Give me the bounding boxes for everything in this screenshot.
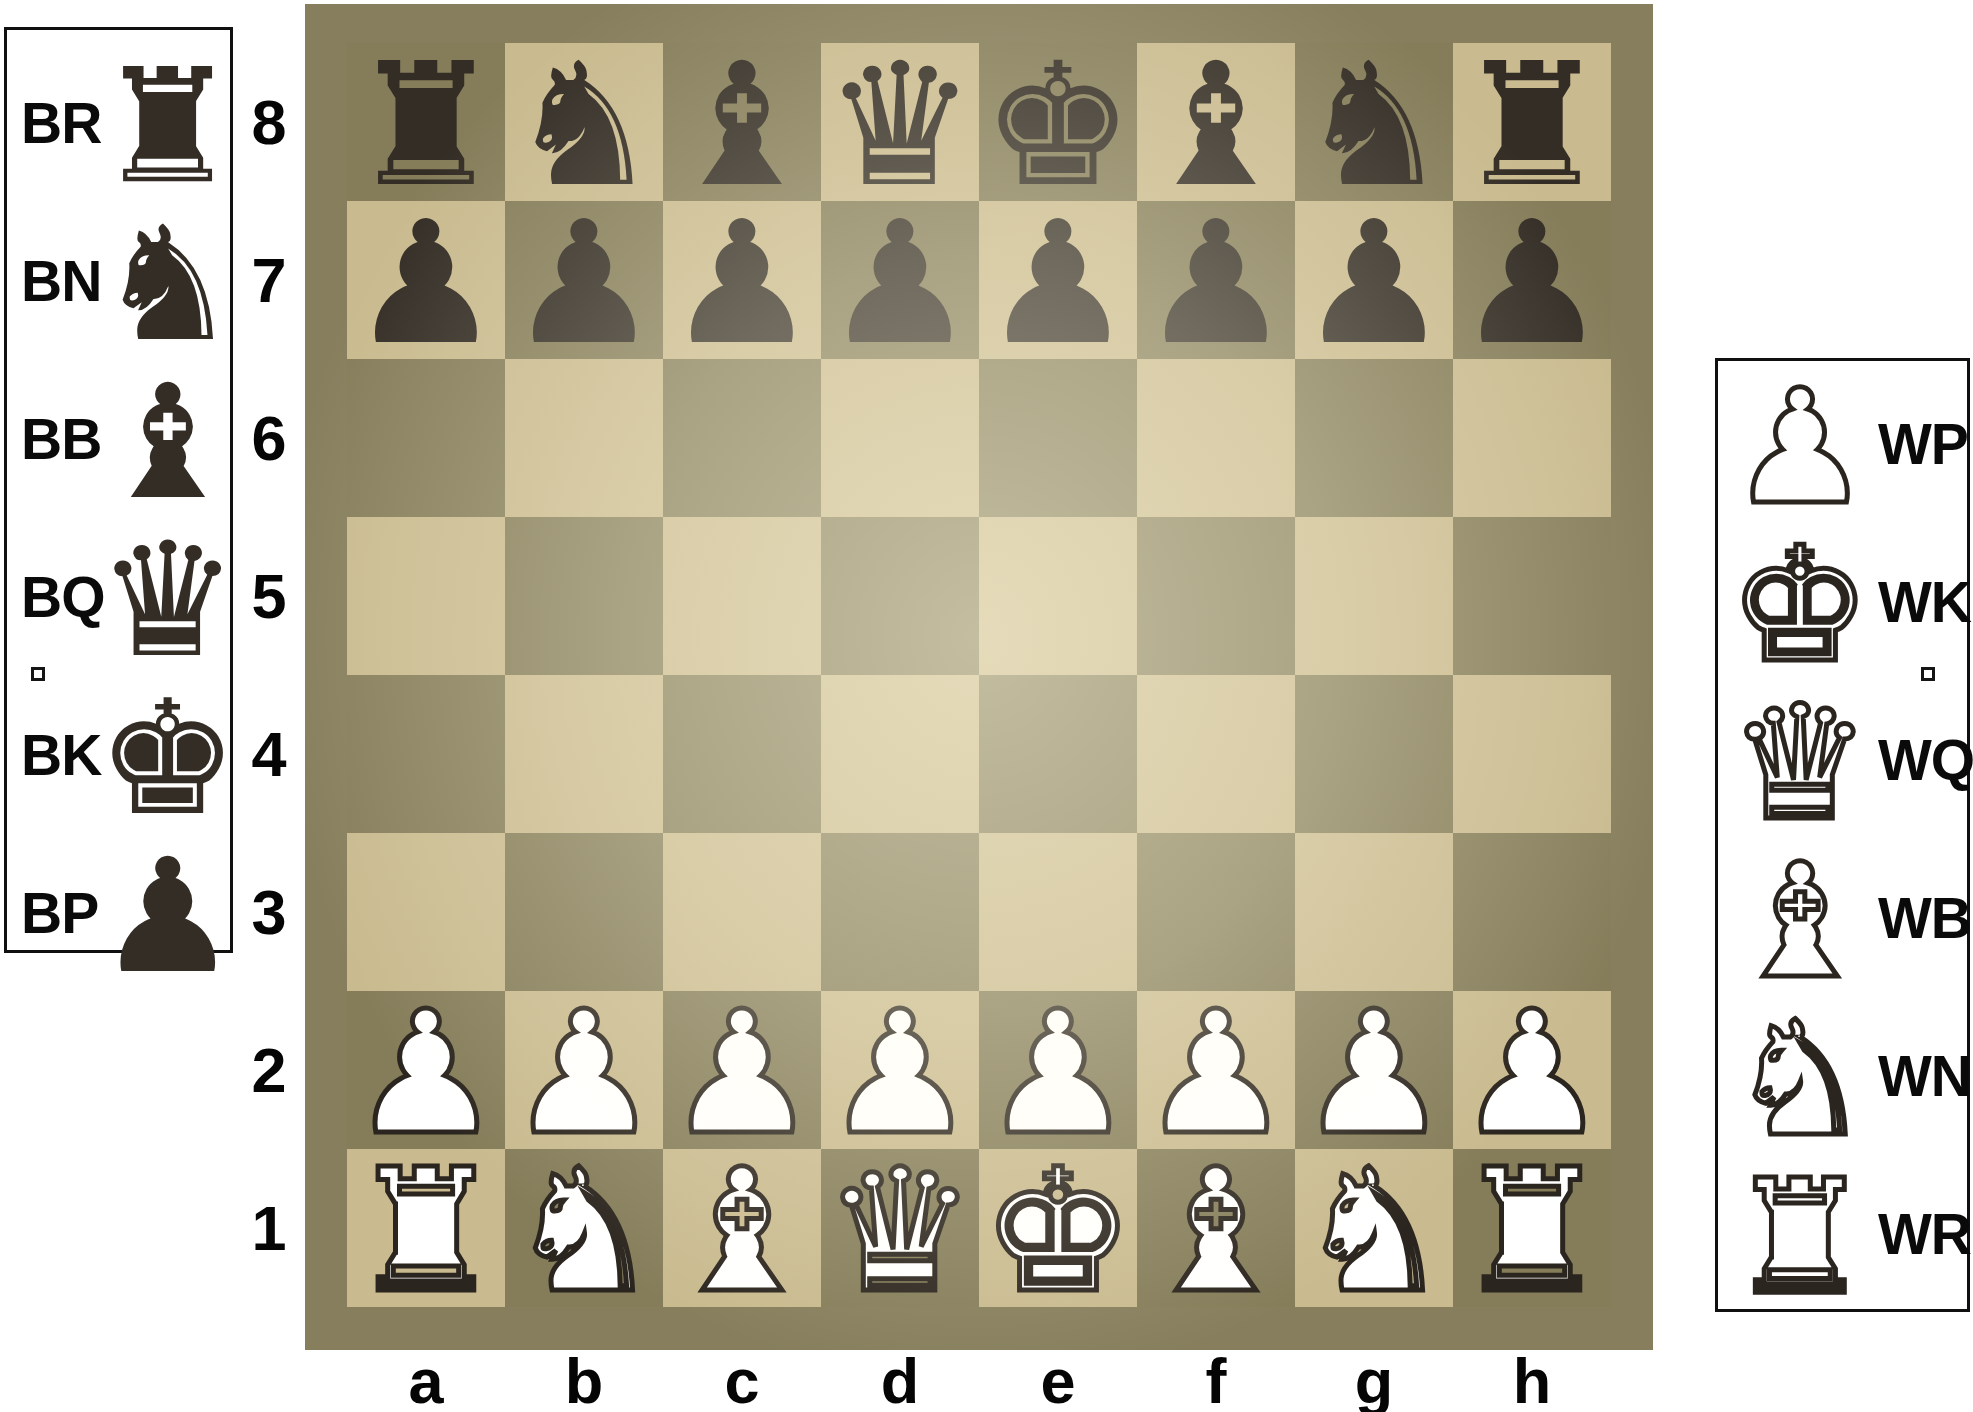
legend-item-bq[interactable]: BQ♛ (7, 518, 230, 676)
square-h3[interactable] (1453, 833, 1611, 991)
square-g6[interactable] (1295, 359, 1453, 517)
square-a8[interactable]: ♜ (347, 43, 505, 201)
legend-item-wr[interactable]: ♜WR (1718, 1155, 1967, 1313)
square-e6[interactable] (979, 359, 1137, 517)
square-a4[interactable] (347, 675, 505, 833)
square-d3[interactable] (821, 833, 979, 991)
black-pawn-piece[interactable]: ♟ (1140, 198, 1292, 368)
square-g1[interactable]: ♞ (1295, 1149, 1453, 1307)
square-d8[interactable]: ♛ (821, 43, 979, 201)
square-f2[interactable]: ♟ (1137, 991, 1295, 1149)
square-g5[interactable] (1295, 517, 1453, 675)
square-f5[interactable] (1137, 517, 1295, 675)
white-knight-piece[interactable]: ♞ (508, 1146, 660, 1316)
square-f4[interactable] (1137, 675, 1295, 833)
square-e8[interactable]: ♚ (979, 43, 1137, 201)
square-b5[interactable] (505, 517, 663, 675)
square-e4[interactable] (979, 675, 1137, 833)
square-f7[interactable]: ♟ (1137, 201, 1295, 359)
square-c2[interactable]: ♟ (663, 991, 821, 1149)
legend-item-bk[interactable]: BK♚ (7, 676, 230, 834)
legend-label-wk: WK (1878, 569, 1971, 635)
legend-label-bk: BK (21, 722, 97, 788)
legend-item-wb[interactable]: ♝WB (1718, 839, 1967, 997)
legend-icon-box: ♞ (1736, 997, 1864, 1155)
square-c5[interactable] (663, 517, 821, 675)
white-rook-piece[interactable]: ♜ (350, 1146, 502, 1316)
square-c8[interactable]: ♝ (663, 43, 821, 201)
black-pawn-piece[interactable]: ♟ (824, 198, 976, 368)
legend-label-br: BR (21, 90, 97, 156)
legend-item-wp[interactable]: ♟WP (1718, 365, 1967, 523)
square-f1[interactable]: ♝ (1137, 1149, 1295, 1307)
legend-label-wn: WN (1878, 1043, 1971, 1109)
square-b2[interactable]: ♟ (505, 991, 663, 1149)
white-knight-icon: ♞ (1729, 1000, 1871, 1158)
rank-label-4: 4 (238, 675, 300, 833)
file-label-f: f (1137, 1350, 1295, 1412)
square-c6[interactable] (663, 359, 821, 517)
square-g4[interactable] (1295, 675, 1453, 833)
legend-icon-box: ♛ (97, 518, 239, 676)
white-king-piece[interactable]: ♚ (982, 1146, 1134, 1316)
square-g7[interactable]: ♟ (1295, 201, 1453, 359)
square-c1[interactable]: ♝ (663, 1149, 821, 1307)
black-pawn-piece[interactable]: ♟ (350, 198, 502, 368)
square-a5[interactable] (347, 517, 505, 675)
square-d6[interactable] (821, 359, 979, 517)
square-h2[interactable]: ♟ (1453, 991, 1611, 1149)
rank-label-2: 2 (238, 991, 300, 1149)
legend-item-bb[interactable]: BB♝ (7, 360, 230, 518)
square-b4[interactable] (505, 675, 663, 833)
black-queen-icon: ♛ (97, 521, 239, 679)
square-d5[interactable] (821, 517, 979, 675)
square-h4[interactable] (1453, 675, 1611, 833)
rank-label-3: 3 (238, 833, 300, 991)
white-king-icon: ♚ (1729, 526, 1871, 684)
square-b8[interactable]: ♞ (505, 43, 663, 201)
board-squares: ♜♞♝♛♚♝♞♜♟♟♟♟♟♟♟♟♟♟♟♟♟♟♟♟♜♞♝♛♚♝♞♜ (347, 43, 1611, 1307)
white-rook-icon: ♜ (1729, 1158, 1871, 1316)
white-bishop-piece[interactable]: ♝ (666, 1146, 818, 1316)
file-label-d: d (821, 1350, 979, 1412)
legend-icon-box: ♟ (1736, 365, 1864, 523)
square-e1[interactable]: ♚ (979, 1149, 1137, 1307)
square-b3[interactable] (505, 833, 663, 991)
legend-icon-box: ♚ (1736, 523, 1864, 681)
black-pawn-icon: ♟ (97, 837, 239, 995)
black-bishop-icon: ♝ (97, 363, 239, 521)
square-h8[interactable]: ♜ (1453, 43, 1611, 201)
square-c7[interactable]: ♟ (663, 201, 821, 359)
square-h5[interactable] (1453, 517, 1611, 675)
rank-label-6: 6 (238, 359, 300, 517)
square-g8[interactable]: ♞ (1295, 43, 1453, 201)
square-d4[interactable] (821, 675, 979, 833)
legend-item-bn[interactable]: BN♞ (7, 202, 230, 360)
legend-item-bp[interactable]: BP♟ (7, 834, 230, 992)
white-queen-icon: ♛ (1729, 684, 1871, 842)
white-queen-piece[interactable]: ♛ (824, 1146, 976, 1316)
file-label-b: b (505, 1350, 663, 1412)
square-c4[interactable] (663, 675, 821, 833)
black-pawn-piece[interactable]: ♟ (666, 198, 818, 368)
legend-item-wn[interactable]: ♞WN (1718, 997, 1967, 1155)
rank-label-5: 5 (238, 517, 300, 675)
square-f6[interactable] (1137, 359, 1295, 517)
rank-label-1: 1 (238, 1149, 300, 1307)
legend-label-bp: BP (21, 880, 97, 946)
square-g3[interactable] (1295, 833, 1453, 991)
square-d7[interactable]: ♟ (821, 201, 979, 359)
square-a6[interactable] (347, 359, 505, 517)
black-pawn-piece[interactable]: ♟ (1298, 198, 1450, 368)
rank-labels: 87654321 (238, 43, 300, 1307)
black-rook-icon: ♜ (97, 47, 239, 205)
legend-label-wp: WP (1878, 411, 1968, 477)
square-e3[interactable] (979, 833, 1137, 991)
square-e2[interactable]: ♟ (979, 991, 1137, 1149)
legend-icon-box: ♜ (97, 44, 239, 202)
square-g2[interactable]: ♟ (1295, 991, 1453, 1149)
rank-label-7: 7 (238, 201, 300, 359)
legend-label-bb: BB (21, 406, 97, 472)
square-f3[interactable] (1137, 833, 1295, 991)
legend-label-wq: WQ (1878, 727, 1973, 793)
white-rook-piece[interactable]: ♜ (1456, 1146, 1608, 1316)
white-bishop-piece[interactable]: ♝ (1140, 1146, 1292, 1316)
legend-icon-box: ♛ (1736, 681, 1864, 839)
square-b7[interactable]: ♟ (505, 201, 663, 359)
chess-board: ♜♞♝♛♚♝♞♜♟♟♟♟♟♟♟♟♟♟♟♟♟♟♟♟♜♞♝♛♚♝♞♜ (305, 4, 1653, 1350)
white-pieces-legend: ♟WP♚WK♛WQ♝WB♞WN♜WR (1715, 358, 1970, 1312)
legend-label-bq: BQ (21, 564, 97, 630)
legend-icon-box: ♝ (97, 360, 239, 518)
legend-label-wb: WB (1878, 885, 1971, 951)
black-pawn-piece[interactable]: ♟ (508, 198, 660, 368)
square-a1[interactable]: ♜ (347, 1149, 505, 1307)
square-a3[interactable] (347, 833, 505, 991)
square-a2[interactable]: ♟ (347, 991, 505, 1149)
square-a7[interactable]: ♟ (347, 201, 505, 359)
legend-icon-box: ♚ (97, 676, 239, 834)
square-f8[interactable]: ♝ (1137, 43, 1295, 201)
square-c3[interactable] (663, 833, 821, 991)
left-small-square-marker (31, 667, 45, 681)
file-label-c: c (663, 1350, 821, 1412)
white-knight-piece[interactable]: ♞ (1298, 1146, 1450, 1316)
file-label-g: g (1295, 1350, 1453, 1412)
black-king-icon: ♚ (97, 679, 239, 837)
legend-icon-box: ♜ (1736, 1155, 1864, 1313)
right-small-square-marker (1921, 667, 1935, 681)
square-h6[interactable] (1453, 359, 1611, 517)
square-d2[interactable]: ♟ (821, 991, 979, 1149)
legend-icon-box: ♝ (1736, 839, 1864, 997)
legend-label-bn: BN (21, 248, 97, 314)
legend-label-wr: WR (1878, 1201, 1971, 1267)
rank-label-8: 8 (238, 43, 300, 201)
square-e7[interactable]: ♟ (979, 201, 1137, 359)
legend-item-wq[interactable]: ♛WQ (1718, 681, 1967, 839)
black-pawn-piece[interactable]: ♟ (1456, 198, 1608, 368)
white-bishop-icon: ♝ (1729, 842, 1871, 1000)
square-b1[interactable]: ♞ (505, 1149, 663, 1307)
legend-icon-box: ♟ (97, 834, 239, 992)
square-h1[interactable]: ♜ (1453, 1149, 1611, 1307)
legend-icon-box: ♞ (97, 202, 239, 360)
file-labels: abcdefgh (347, 1350, 1611, 1410)
white-pawn-icon: ♟ (1729, 368, 1871, 526)
file-label-a: a (347, 1350, 505, 1412)
legend-item-br[interactable]: BR♜ (7, 44, 230, 202)
legend-item-wk[interactable]: ♚WK (1718, 523, 1967, 681)
file-label-e: e (979, 1350, 1137, 1412)
file-label-h: h (1453, 1350, 1611, 1412)
black-pieces-legend: BR♜BN♞BB♝BQ♛BK♚BP♟ (4, 27, 233, 953)
square-d1[interactable]: ♛ (821, 1149, 979, 1307)
square-h7[interactable]: ♟ (1453, 201, 1611, 359)
square-e5[interactable] (979, 517, 1137, 675)
square-b6[interactable] (505, 359, 663, 517)
black-knight-icon: ♞ (97, 205, 239, 363)
black-pawn-piece[interactable]: ♟ (982, 198, 1134, 368)
